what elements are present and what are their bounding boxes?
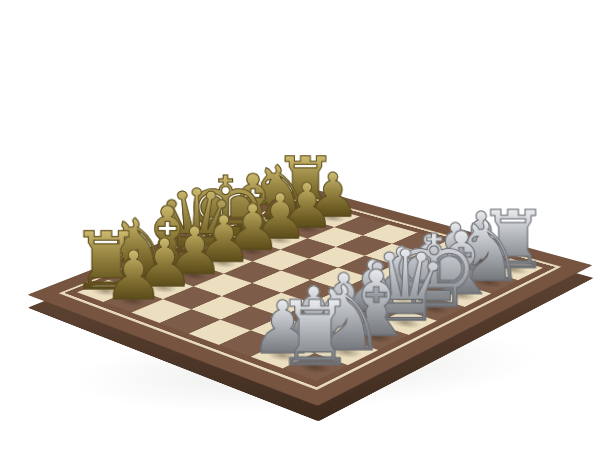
rook-glyph: ♜	[275, 290, 355, 380]
square-a1[interactable]: ♜	[283, 353, 348, 381]
product-photo-scene: ♜♟♟♜♞♟♟♞♝♟♟♝♚♟♟♚♛♟♟♛♝♟♟♝♞♟♟♞♜♟♟♜	[0, 0, 600, 450]
pawn-glyph: ♟	[103, 243, 163, 310]
